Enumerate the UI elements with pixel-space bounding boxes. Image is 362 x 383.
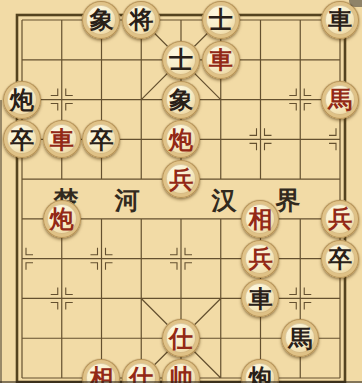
piece-glyph: 炮 bbox=[10, 87, 34, 112]
piece-glyph: 将 bbox=[129, 7, 153, 32]
piece-glyph: 馬 bbox=[288, 326, 312, 351]
piece-red-advisor[interactable]: 仕 bbox=[122, 359, 160, 383]
screenshot-corner-artifact bbox=[349, 0, 362, 7]
piece-black-soldier[interactable]: 卒 bbox=[82, 120, 120, 158]
piece-glyph: 車 bbox=[209, 47, 233, 72]
piece-red-general[interactable]: 帅 bbox=[162, 359, 200, 383]
piece-black-horse[interactable]: 馬 bbox=[281, 319, 319, 357]
piece-red-soldier[interactable]: 兵 bbox=[241, 240, 279, 278]
piece-glyph: 象 bbox=[89, 7, 113, 32]
piece-black-cannon[interactable]: 炮 bbox=[241, 359, 279, 383]
piece-glyph: 兵 bbox=[169, 167, 193, 192]
piece-glyph: 車 bbox=[50, 127, 74, 152]
piece-black-soldier[interactable]: 卒 bbox=[3, 120, 41, 158]
piece-black-general[interactable]: 将 bbox=[122, 1, 160, 39]
board-grid[interactable]: 象将士車士車炮象馬卒車卒炮兵炮相兵兵卒車仕馬相仕帅炮 bbox=[2, 0, 360, 383]
piece-glyph: 士 bbox=[209, 7, 233, 32]
piece-black-cannon[interactable]: 炮 bbox=[3, 81, 41, 119]
piece-black-advisor[interactable]: 士 bbox=[202, 1, 240, 39]
piece-black-elephant[interactable]: 象 bbox=[82, 1, 120, 39]
piece-glyph: 卒 bbox=[328, 246, 352, 271]
piece-black-advisor[interactable]: 士 bbox=[162, 41, 200, 79]
piece-red-cannon[interactable]: 炮 bbox=[43, 200, 81, 238]
piece-black-elephant[interactable]: 象 bbox=[162, 81, 200, 119]
piece-glyph: 卒 bbox=[10, 127, 34, 152]
piece-red-horse[interactable]: 馬 bbox=[321, 81, 359, 119]
piece-glyph: 炮 bbox=[169, 127, 193, 152]
piece-glyph: 馬 bbox=[328, 87, 352, 112]
piece-red-soldier[interactable]: 兵 bbox=[162, 160, 200, 198]
piece-red-soldier[interactable]: 兵 bbox=[321, 200, 359, 238]
piece-glyph: 炮 bbox=[50, 206, 74, 231]
piece-glyph: 兵 bbox=[248, 246, 272, 271]
piece-red-chariot[interactable]: 車 bbox=[43, 120, 81, 158]
piece-red-elephant[interactable]: 相 bbox=[241, 200, 279, 238]
piece-glyph: 象 bbox=[169, 87, 193, 112]
piece-glyph: 卒 bbox=[89, 127, 113, 152]
screenshot-left-edge-artifact bbox=[0, 100, 2, 383]
piece-glyph: 仕 bbox=[169, 326, 193, 351]
piece-black-chariot[interactable]: 車 bbox=[241, 279, 279, 317]
piece-red-advisor[interactable]: 仕 bbox=[162, 319, 200, 357]
piece-black-soldier[interactable]: 卒 bbox=[321, 240, 359, 278]
piece-glyph: 車 bbox=[248, 286, 272, 311]
piece-red-chariot[interactable]: 車 bbox=[202, 41, 240, 79]
piece-glyph: 士 bbox=[169, 47, 193, 72]
piece-glyph: 相 bbox=[248, 206, 272, 231]
xiangqi-board: 象将士車士車炮象馬卒車卒炮兵炮相兵兵卒車仕馬相仕帅炮 楚河汉界 bbox=[0, 0, 362, 383]
piece-glyph: 車 bbox=[328, 7, 352, 32]
piece-red-elephant[interactable]: 相 bbox=[82, 359, 120, 383]
piece-red-cannon[interactable]: 炮 bbox=[162, 120, 200, 158]
piece-glyph: 兵 bbox=[328, 206, 352, 231]
